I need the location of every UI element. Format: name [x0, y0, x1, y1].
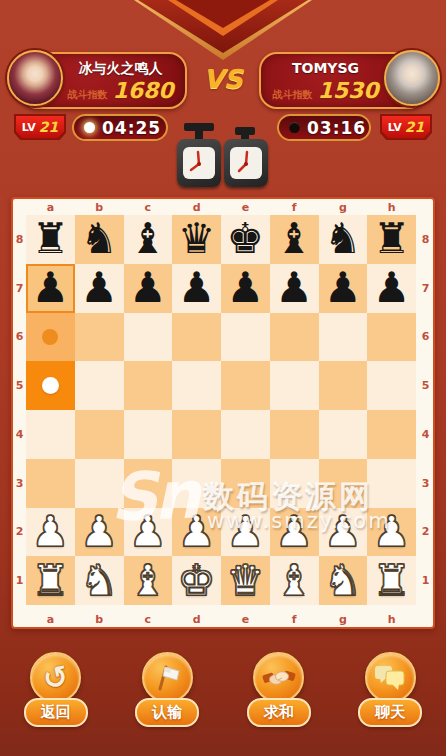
square-a6[interactable] — [26, 313, 75, 362]
right-level-label: LV — [388, 121, 402, 134]
rank-label-5: 5 — [419, 361, 432, 410]
square-d5[interactable] — [172, 361, 221, 410]
left-level-badge: LV 21 — [14, 114, 66, 140]
square-c2[interactable]: ♟ — [124, 508, 173, 557]
piece-wp: ♟ — [324, 508, 362, 556]
rank-label-1: 1 — [13, 556, 26, 605]
chat-icon — [373, 663, 407, 693]
action-bar: ↺ 返回 认输 求和 — [0, 652, 446, 752]
square-e2[interactable]: ♟ — [221, 508, 270, 557]
game-screen: 冰与火之鸣人 战斗指数 1680 LV 21 04:25 VS TOMYSG 战… — [0, 0, 446, 756]
square-e1[interactable]: ♛ — [221, 556, 270, 605]
square-e4[interactable] — [221, 410, 270, 459]
square-a1[interactable]: ♜ — [26, 556, 75, 605]
square-d7[interactable]: ♟ — [172, 264, 221, 313]
piece-wp: ♟ — [227, 508, 265, 556]
square-f7[interactable]: ♟ — [270, 264, 319, 313]
chess-board: abcdefgh abcdefgh 87654321 87654321 ♜♞♝♛… — [11, 197, 435, 629]
right-level-badge: LV 21 — [380, 114, 432, 140]
piece-bb: ♝ — [275, 215, 313, 263]
rank-label-4: 4 — [13, 410, 26, 459]
chat-button-label: 聊天 — [358, 698, 422, 727]
piece-bp: ♟ — [227, 264, 265, 312]
square-c7[interactable]: ♟ — [124, 264, 173, 313]
piece-bk: ♚ — [227, 215, 265, 263]
left-level-label: LV — [22, 121, 36, 134]
square-h8[interactable]: ♜ — [367, 215, 416, 264]
piece-bp: ♟ — [129, 264, 167, 312]
square-b4[interactable] — [75, 410, 124, 459]
piece-wp: ♟ — [129, 508, 167, 556]
draw-offer-button-label: 求和 — [247, 698, 311, 727]
square-f4[interactable] — [270, 410, 319, 459]
square-g1[interactable]: ♞ — [319, 556, 368, 605]
file-label-c: c — [124, 199, 173, 215]
file-label-b: b — [75, 611, 124, 627]
square-c6[interactable] — [124, 313, 173, 362]
rank-labels-left: 87654321 — [13, 215, 26, 605]
draw-offer-button[interactable]: 求和 — [223, 652, 335, 752]
square-b1[interactable]: ♞ — [75, 556, 124, 605]
square-d3[interactable] — [172, 459, 221, 508]
square-f2[interactable]: ♟ — [270, 508, 319, 557]
right-player-name: TOMYSG — [269, 60, 382, 76]
left-timer: 04:25 — [72, 114, 168, 141]
rank-labels-right: 87654321 — [419, 215, 432, 605]
rank-label-2: 2 — [13, 508, 26, 557]
file-labels-top: abcdefgh — [26, 199, 416, 215]
piece-bb: ♝ — [129, 215, 167, 263]
clock-hands-icon — [183, 147, 215, 179]
file-label-g: g — [319, 611, 368, 627]
file-label-f: f — [270, 611, 319, 627]
square-b8[interactable]: ♞ — [75, 215, 124, 264]
piece-bn: ♞ — [80, 215, 118, 263]
square-g8[interactable]: ♞ — [319, 215, 368, 264]
square-d1[interactable]: ♚ — [172, 556, 221, 605]
right-timer: 03:16 — [277, 114, 371, 141]
square-b5[interactable] — [75, 361, 124, 410]
file-label-b: b — [75, 199, 124, 215]
chat-button[interactable]: 聊天 — [335, 652, 446, 752]
square-h3[interactable] — [367, 459, 416, 508]
board-grid: ♜♞♝♛♚♝♞♜♟♟♟♟♟♟♟♟♟♟♟♟♟♟♟♟♜♞♝♚♛♝♞♜ — [26, 215, 416, 605]
file-labels-bottom: abcdefgh — [26, 611, 416, 627]
file-label-e: e — [221, 611, 270, 627]
resign-button[interactable]: 认输 — [112, 652, 224, 752]
header-ribbon — [134, 0, 312, 60]
square-d2[interactable]: ♟ — [172, 508, 221, 557]
left-rating-value: 1680 — [112, 78, 173, 103]
square-b7[interactable]: ♟ — [75, 264, 124, 313]
file-label-g: g — [319, 199, 368, 215]
square-c4[interactable] — [124, 410, 173, 459]
square-b3[interactable] — [75, 459, 124, 508]
square-e5[interactable] — [221, 361, 270, 410]
square-g4[interactable] — [319, 410, 368, 459]
square-a3[interactable] — [26, 459, 75, 508]
white-turn-dot — [84, 122, 95, 133]
piece-bp: ♟ — [32, 264, 70, 312]
right-timer-value: 03:16 — [307, 118, 366, 138]
file-label-a: a — [26, 611, 75, 627]
piece-wb: ♝ — [275, 557, 313, 605]
piece-wn: ♞ — [324, 557, 362, 605]
resign-flag-icon — [151, 662, 183, 694]
piece-bp: ♟ — [80, 264, 118, 312]
square-g3[interactable] — [319, 459, 368, 508]
square-c3[interactable] — [124, 459, 173, 508]
back-button-label: 返回 — [24, 698, 88, 727]
square-a8[interactable]: ♜ — [26, 215, 75, 264]
piece-bp: ♟ — [178, 264, 216, 312]
piece-wp: ♟ — [80, 508, 118, 556]
square-a7[interactable]: ♟ — [26, 264, 75, 313]
vs-label: VS — [198, 64, 248, 94]
piece-bp: ♟ — [324, 264, 362, 312]
square-f3[interactable] — [270, 459, 319, 508]
square-a5[interactable] — [26, 361, 75, 410]
square-h7[interactable]: ♟ — [367, 264, 416, 313]
piece-br: ♜ — [373, 215, 411, 263]
square-d4[interactable] — [172, 410, 221, 459]
right-level-value: 21 — [405, 119, 424, 135]
rank-label-6: 6 — [419, 313, 432, 362]
file-label-h: h — [367, 199, 416, 215]
square-e8[interactable]: ♚ — [221, 215, 270, 264]
square-c1[interactable]: ♝ — [124, 556, 173, 605]
file-label-d: d — [172, 611, 221, 627]
back-button[interactable]: ↺ 返回 — [0, 652, 112, 752]
rank-label-3: 3 — [419, 459, 432, 508]
piece-wr: ♜ — [373, 557, 411, 605]
square-b6[interactable] — [75, 313, 124, 362]
file-label-f: f — [270, 199, 319, 215]
left-timer-value: 04:25 — [102, 118, 161, 138]
piece-wp: ♟ — [32, 508, 70, 556]
black-turn-dot — [289, 122, 300, 133]
piece-wp: ♟ — [373, 508, 411, 556]
chess-clock-icon — [177, 123, 269, 187]
rank-label-7: 7 — [13, 264, 26, 313]
left-rating-label: 战斗指数 — [67, 88, 107, 102]
square-f1[interactable]: ♝ — [270, 556, 319, 605]
square-e7[interactable]: ♟ — [221, 264, 270, 313]
piece-wr: ♜ — [32, 557, 70, 605]
square-c8[interactable]: ♝ — [124, 215, 173, 264]
piece-wn: ♞ — [80, 557, 118, 605]
square-h4[interactable] — [367, 410, 416, 459]
rank-label-6: 6 — [13, 313, 26, 362]
move-hint-dot — [42, 329, 58, 345]
square-f6[interactable] — [270, 313, 319, 362]
piece-wq: ♛ — [227, 557, 265, 605]
file-label-e: e — [221, 199, 270, 215]
rank-label-7: 7 — [419, 264, 432, 313]
file-label-c: c — [124, 611, 173, 627]
square-f8[interactable]: ♝ — [270, 215, 319, 264]
rank-label-2: 2 — [419, 508, 432, 557]
piece-wb: ♝ — [129, 557, 167, 605]
square-g5[interactable] — [319, 361, 368, 410]
piece-bp: ♟ — [275, 264, 313, 312]
resign-button-label: 认输 — [135, 698, 199, 727]
rank-label-5: 5 — [13, 361, 26, 410]
file-label-d: d — [172, 199, 221, 215]
rank-label-4: 4 — [419, 410, 432, 459]
square-h1[interactable]: ♜ — [367, 556, 416, 605]
rank-label-8: 8 — [13, 215, 26, 264]
square-e3[interactable] — [221, 459, 270, 508]
piece-bn: ♞ — [324, 215, 362, 263]
left-level-value: 21 — [39, 119, 58, 135]
left-avatar — [7, 50, 63, 106]
square-d8[interactable]: ♛ — [172, 215, 221, 264]
rank-label-1: 1 — [419, 556, 432, 605]
right-avatar — [384, 50, 440, 106]
piece-bp: ♟ — [373, 264, 411, 312]
piece-br: ♜ — [32, 215, 70, 263]
back-icon: ↺ — [40, 658, 72, 697]
square-g2[interactable]: ♟ — [319, 508, 368, 557]
move-hint-dot — [42, 377, 59, 394]
right-rating-value: 1530 — [317, 78, 378, 103]
square-e6[interactable] — [221, 313, 270, 362]
handshake-icon — [262, 661, 296, 695]
rank-label-3: 3 — [13, 459, 26, 508]
square-d6[interactable] — [172, 313, 221, 362]
square-h5[interactable] — [367, 361, 416, 410]
right-rating-label: 战斗指数 — [272, 88, 312, 102]
rank-label-8: 8 — [419, 215, 432, 264]
square-h2[interactable]: ♟ — [367, 508, 416, 557]
piece-wp: ♟ — [275, 508, 313, 556]
piece-bq: ♛ — [178, 215, 216, 263]
file-label-a: a — [26, 199, 75, 215]
file-label-h: h — [367, 611, 416, 627]
square-g7[interactable]: ♟ — [319, 264, 368, 313]
clock-hands-icon — [230, 147, 262, 179]
piece-wp: ♟ — [178, 508, 216, 556]
square-b2[interactable]: ♟ — [75, 508, 124, 557]
square-f5[interactable] — [270, 361, 319, 410]
piece-wk: ♚ — [178, 557, 216, 605]
square-a4[interactable] — [26, 410, 75, 459]
left-player-name: 冰与火之鸣人 — [64, 60, 177, 78]
square-a2[interactable]: ♟ — [26, 508, 75, 557]
square-c5[interactable] — [124, 361, 173, 410]
square-g6[interactable] — [319, 313, 368, 362]
square-h6[interactable] — [367, 313, 416, 362]
